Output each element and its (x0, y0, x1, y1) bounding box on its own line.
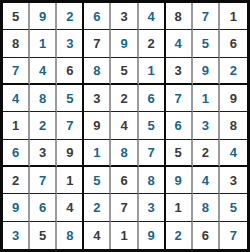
cell-r1c2[interactable]: 9 (30, 3, 57, 30)
cell-r7c7[interactable]: 9 (166, 167, 193, 194)
cell-r3c9[interactable]: 2 (220, 58, 247, 85)
cell-r2c4[interactable]: 7 (84, 30, 111, 57)
cell-r4c2[interactable]: 8 (30, 85, 57, 112)
cell-r6c5[interactable]: 8 (111, 140, 138, 167)
cell-r7c1[interactable]: 2 (3, 167, 30, 194)
cell-r5c1[interactable]: 1 (3, 112, 30, 139)
cell-r8c1[interactable]: 9 (3, 194, 30, 221)
cell-r9c4[interactable]: 4 (84, 222, 111, 249)
cell-r6c3[interactable]: 9 (57, 140, 84, 167)
cell-r2c9[interactable]: 6 (220, 30, 247, 57)
cell-r4c9[interactable]: 9 (220, 85, 247, 112)
cell-r7c6[interactable]: 8 (139, 167, 166, 194)
cell-r3c4[interactable]: 8 (84, 58, 111, 85)
cell-r2c2[interactable]: 1 (30, 30, 57, 57)
cell-r4c3[interactable]: 5 (57, 85, 84, 112)
cell-r1c9[interactable]: 1 (220, 3, 247, 30)
cell-r9c9[interactable]: 7 (220, 222, 247, 249)
cell-r8c5[interactable]: 7 (111, 194, 138, 221)
cell-r4c7[interactable]: 7 (166, 85, 193, 112)
cell-r3c8[interactable]: 9 (193, 58, 220, 85)
cell-r6c6[interactable]: 7 (139, 140, 166, 167)
cell-r8c9[interactable]: 5 (220, 194, 247, 221)
cell-r7c5[interactable]: 6 (111, 167, 138, 194)
cell-r3c7[interactable]: 3 (166, 58, 193, 85)
cell-r4c4[interactable]: 3 (84, 85, 111, 112)
cell-r2c1[interactable]: 8 (3, 30, 30, 57)
cell-r4c5[interactable]: 2 (111, 85, 138, 112)
cell-r5c4[interactable]: 9 (84, 112, 111, 139)
cell-r6c1[interactable]: 6 (3, 140, 30, 167)
cell-r6c4[interactable]: 1 (84, 140, 111, 167)
cell-r1c7[interactable]: 8 (166, 3, 193, 30)
cell-r9c7[interactable]: 2 (166, 222, 193, 249)
cell-r9c1[interactable]: 3 (3, 222, 30, 249)
cell-r2c7[interactable]: 4 (166, 30, 193, 57)
cell-r9c8[interactable]: 6 (193, 222, 220, 249)
cell-r9c3[interactable]: 8 (57, 222, 84, 249)
cell-r7c4[interactable]: 5 (84, 167, 111, 194)
cell-r1c1[interactable]: 5 (3, 3, 30, 30)
sudoku-board: 5926348718137924567468513924853267191279… (0, 0, 250, 252)
cell-r3c2[interactable]: 4 (30, 58, 57, 85)
cell-r1c6[interactable]: 4 (139, 3, 166, 30)
cell-r1c8[interactable]: 7 (193, 3, 220, 30)
cell-r1c3[interactable]: 2 (57, 3, 84, 30)
cell-r8c8[interactable]: 8 (193, 194, 220, 221)
cell-r8c3[interactable]: 4 (57, 194, 84, 221)
cell-r5c2[interactable]: 2 (30, 112, 57, 139)
cell-r8c4[interactable]: 2 (84, 194, 111, 221)
sudoku-app: 5926348718137924567468513924853267191279… (0, 0, 250, 252)
cell-r6c2[interactable]: 3 (30, 140, 57, 167)
cell-r3c3[interactable]: 6 (57, 58, 84, 85)
cell-r4c6[interactable]: 6 (139, 85, 166, 112)
cell-r1c5[interactable]: 3 (111, 3, 138, 30)
cell-r6c7[interactable]: 5 (166, 140, 193, 167)
cell-r5c7[interactable]: 6 (166, 112, 193, 139)
cell-r2c6[interactable]: 2 (139, 30, 166, 57)
cell-r5c3[interactable]: 7 (57, 112, 84, 139)
cell-r2c5[interactable]: 9 (111, 30, 138, 57)
cell-r4c8[interactable]: 1 (193, 85, 220, 112)
cell-r8c7[interactable]: 1 (166, 194, 193, 221)
cell-r9c2[interactable]: 5 (30, 222, 57, 249)
cell-r8c2[interactable]: 6 (30, 194, 57, 221)
cell-r7c3[interactable]: 1 (57, 167, 84, 194)
cell-r9c6[interactable]: 9 (139, 222, 166, 249)
cell-r5c6[interactable]: 5 (139, 112, 166, 139)
cell-r5c8[interactable]: 3 (193, 112, 220, 139)
cell-r7c8[interactable]: 4 (193, 167, 220, 194)
cell-r2c3[interactable]: 3 (57, 30, 84, 57)
cell-r3c6[interactable]: 1 (139, 58, 166, 85)
cell-r2c8[interactable]: 5 (193, 30, 220, 57)
cell-r3c5[interactable]: 5 (111, 58, 138, 85)
cell-r7c2[interactable]: 7 (30, 167, 57, 194)
cell-r5c9[interactable]: 8 (220, 112, 247, 139)
cell-r6c8[interactable]: 2 (193, 140, 220, 167)
cell-r8c6[interactable]: 3 (139, 194, 166, 221)
cell-r5c5[interactable]: 4 (111, 112, 138, 139)
cell-r1c4[interactable]: 6 (84, 3, 111, 30)
cell-r9c5[interactable]: 1 (111, 222, 138, 249)
cell-r3c1[interactable]: 7 (3, 58, 30, 85)
cell-r4c1[interactable]: 4 (3, 85, 30, 112)
cell-r6c9[interactable]: 4 (220, 140, 247, 167)
cell-r7c9[interactable]: 3 (220, 167, 247, 194)
